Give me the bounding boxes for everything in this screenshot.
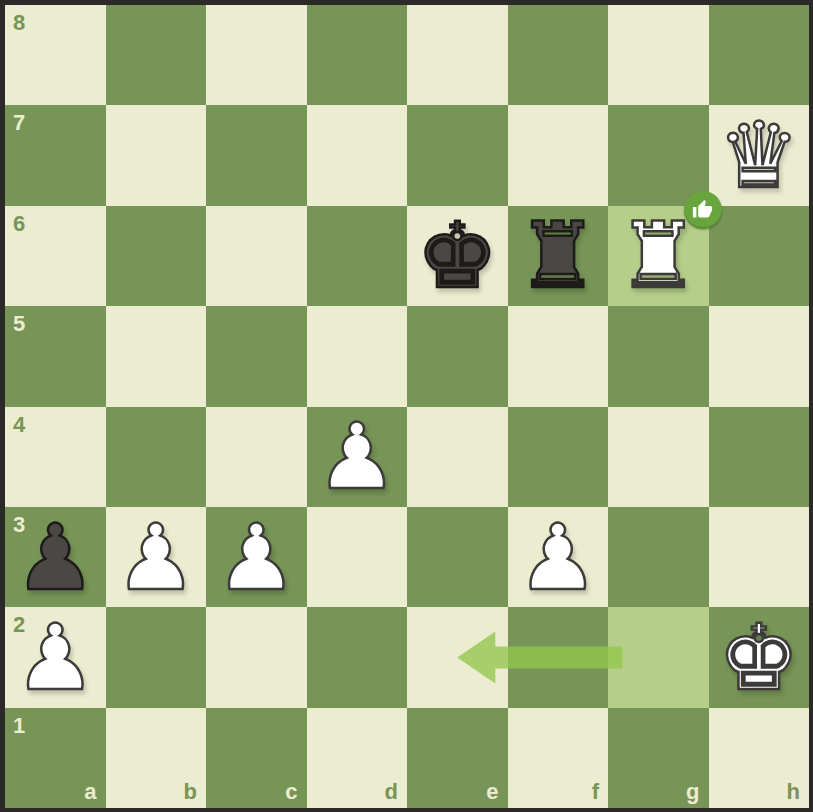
square-e8[interactable] <box>407 5 508 105</box>
piece-black-king-e6[interactable]: ♚ <box>407 206 508 306</box>
square-e1[interactable]: e <box>407 708 508 808</box>
square-b6[interactable] <box>106 206 207 306</box>
square-d2[interactable] <box>307 607 408 707</box>
square-e2[interactable] <box>407 607 508 707</box>
good-move-badge <box>684 191 722 229</box>
square-h8[interactable] <box>709 5 810 105</box>
square-c2[interactable] <box>206 607 307 707</box>
piece-black-pawn-a3[interactable]: ♟ <box>5 507 106 607</box>
file-label-b: b <box>184 779 197 805</box>
piece-white-pawn-f3[interactable]: ♟ <box>508 507 609 607</box>
square-f5[interactable] <box>508 306 609 406</box>
square-g3[interactable] <box>608 507 709 607</box>
file-label-d: d <box>385 779 398 805</box>
square-a1[interactable]: 1a <box>5 708 106 808</box>
rank-label-5: 5 <box>13 311 25 337</box>
square-f4[interactable] <box>508 407 609 507</box>
square-b2[interactable] <box>106 607 207 707</box>
square-a7[interactable]: 7 <box>5 105 106 205</box>
file-label-g: g <box>686 779 699 805</box>
square-b4[interactable] <box>106 407 207 507</box>
file-label-a: a <box>84 779 96 805</box>
square-d4[interactable]: ♟ <box>307 407 408 507</box>
square-b5[interactable] <box>106 306 207 406</box>
piece-white-pawn-a2[interactable]: ♟ <box>5 607 106 707</box>
square-e5[interactable] <box>407 306 508 406</box>
file-label-e: e <box>486 779 498 805</box>
piece-white-king-h2[interactable]: ♚ <box>709 607 810 707</box>
square-g5[interactable] <box>608 306 709 406</box>
square-b3[interactable]: ♟ <box>106 507 207 607</box>
rank-label-6: 6 <box>13 211 25 237</box>
square-h3[interactable] <box>709 507 810 607</box>
piece-white-pawn-d4[interactable]: ♟ <box>307 407 408 507</box>
square-h6[interactable] <box>709 206 810 306</box>
square-g8[interactable] <box>608 5 709 105</box>
square-g4[interactable] <box>608 407 709 507</box>
square-h7[interactable]: ♛ <box>709 105 810 205</box>
square-e7[interactable] <box>407 105 508 205</box>
board-frame: 87♛6♚♜♜54♟3♟♟♟♟2♟♚1abcdefgh <box>0 0 813 812</box>
square-d8[interactable] <box>307 5 408 105</box>
rank-label-8: 8 <box>13 10 25 36</box>
rank-label-1: 1 <box>13 713 25 739</box>
square-d6[interactable] <box>307 206 408 306</box>
square-f1[interactable]: f <box>508 708 609 808</box>
square-f8[interactable] <box>508 5 609 105</box>
square-g2[interactable] <box>608 607 709 707</box>
piece-white-pawn-c3[interactable]: ♟ <box>206 507 307 607</box>
square-c7[interactable] <box>206 105 307 205</box>
thumbs-up-icon <box>692 199 713 220</box>
square-a8[interactable]: 8 <box>5 5 106 105</box>
square-h5[interactable] <box>709 306 810 406</box>
square-f3[interactable]: ♟ <box>508 507 609 607</box>
piece-black-rook-f6[interactable]: ♜ <box>508 206 609 306</box>
square-c4[interactable] <box>206 407 307 507</box>
highlight-g2 <box>608 607 709 707</box>
square-f7[interactable] <box>508 105 609 205</box>
square-b7[interactable] <box>106 105 207 205</box>
square-d1[interactable]: d <box>307 708 408 808</box>
square-c3[interactable]: ♟ <box>206 507 307 607</box>
square-g7[interactable] <box>608 105 709 205</box>
chess-board: 87♛6♚♜♜54♟3♟♟♟♟2♟♚1abcdefgh <box>5 5 809 808</box>
file-label-h: h <box>787 779 800 805</box>
file-label-c: c <box>285 779 297 805</box>
square-a6[interactable]: 6 <box>5 206 106 306</box>
square-e4[interactable] <box>407 407 508 507</box>
square-d7[interactable] <box>307 105 408 205</box>
square-a3[interactable]: 3♟ <box>5 507 106 607</box>
piece-white-queen-h7[interactable]: ♛ <box>709 105 810 205</box>
square-e6[interactable]: ♚ <box>407 206 508 306</box>
square-d3[interactable] <box>307 507 408 607</box>
square-c1[interactable]: c <box>206 708 307 808</box>
square-d5[interactable] <box>307 306 408 406</box>
square-b1[interactable]: b <box>106 708 207 808</box>
square-h4[interactable] <box>709 407 810 507</box>
square-c6[interactable] <box>206 206 307 306</box>
square-h2[interactable]: ♚ <box>709 607 810 707</box>
square-b8[interactable] <box>106 5 207 105</box>
square-g1[interactable]: g <box>608 708 709 808</box>
square-f2[interactable] <box>508 607 609 707</box>
square-a4[interactable]: 4 <box>5 407 106 507</box>
file-label-f: f <box>592 779 599 805</box>
square-e3[interactable] <box>407 507 508 607</box>
piece-white-pawn-b3[interactable]: ♟ <box>106 507 207 607</box>
square-c5[interactable] <box>206 306 307 406</box>
rank-label-7: 7 <box>13 110 25 136</box>
square-a2[interactable]: 2♟ <box>5 607 106 707</box>
square-a5[interactable]: 5 <box>5 306 106 406</box>
square-f6[interactable]: ♜ <box>508 206 609 306</box>
square-h1[interactable]: h <box>709 708 810 808</box>
square-c8[interactable] <box>206 5 307 105</box>
rank-label-4: 4 <box>13 412 25 438</box>
